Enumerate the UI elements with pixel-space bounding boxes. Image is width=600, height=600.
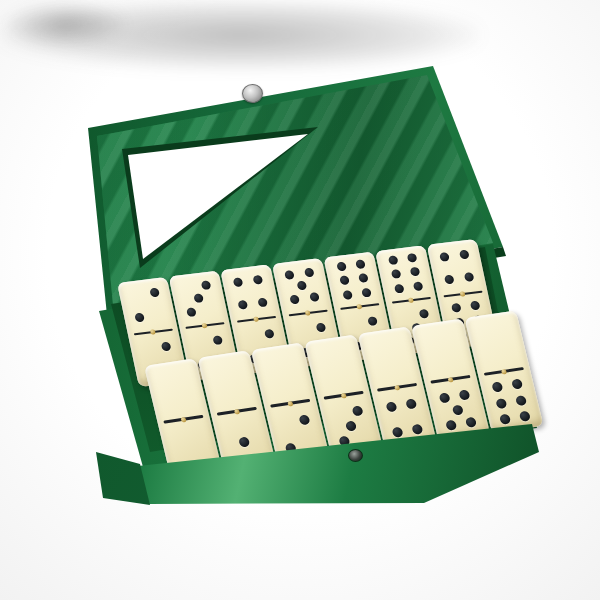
pip bbox=[459, 249, 470, 259]
pip bbox=[385, 401, 397, 412]
domino-half-top-0 bbox=[465, 312, 529, 373]
domino-spinner bbox=[501, 369, 507, 375]
pip bbox=[391, 426, 403, 437]
domino-spinner bbox=[447, 377, 453, 383]
domino-spinner bbox=[180, 417, 186, 423]
domino-half-top-6 bbox=[375, 246, 435, 300]
pip bbox=[336, 261, 347, 271]
pip bbox=[201, 280, 212, 290]
pip bbox=[284, 270, 295, 280]
pip bbox=[452, 404, 464, 415]
pip bbox=[450, 303, 461, 313]
pip bbox=[459, 389, 471, 400]
domino-half-top-0 bbox=[198, 351, 262, 412]
pip bbox=[438, 392, 450, 403]
pip bbox=[491, 382, 503, 393]
pip bbox=[339, 276, 350, 286]
pip bbox=[519, 411, 531, 422]
domino-half-top-0 bbox=[251, 343, 315, 404]
pip bbox=[193, 294, 204, 304]
pip bbox=[257, 298, 268, 308]
domino-spinner bbox=[234, 409, 240, 415]
pip bbox=[134, 313, 145, 323]
domino-half-top-2 bbox=[117, 278, 177, 332]
pip bbox=[299, 414, 311, 425]
pip bbox=[358, 273, 369, 283]
pip bbox=[161, 341, 172, 351]
pip bbox=[212, 335, 223, 345]
domino-spinner bbox=[460, 291, 466, 297]
pip bbox=[355, 259, 366, 269]
domino-half-top-5 bbox=[272, 259, 332, 313]
pip bbox=[309, 292, 320, 302]
domino-half-top-6 bbox=[324, 253, 384, 307]
pip bbox=[464, 272, 475, 282]
domino-half-top-0 bbox=[358, 328, 422, 389]
domino-spinner bbox=[287, 401, 293, 407]
pip bbox=[233, 277, 244, 287]
pip bbox=[252, 275, 263, 285]
domino-spinner bbox=[150, 329, 156, 335]
lid-snap-button bbox=[242, 84, 263, 103]
domino-half-top-0 bbox=[411, 320, 475, 381]
pip bbox=[149, 287, 160, 297]
domino-half-top-4 bbox=[220, 265, 280, 319]
pip bbox=[316, 322, 327, 332]
pip bbox=[445, 419, 457, 430]
pip bbox=[409, 267, 420, 277]
pip bbox=[511, 379, 523, 390]
pip bbox=[495, 398, 507, 409]
pip bbox=[264, 329, 275, 339]
domino-spinner bbox=[408, 297, 414, 303]
pip bbox=[469, 301, 480, 311]
pip bbox=[515, 395, 527, 406]
domino-half-bottom-6 bbox=[479, 371, 543, 432]
pip bbox=[419, 309, 430, 319]
pip bbox=[352, 405, 364, 416]
domino-spinner bbox=[253, 316, 259, 322]
domino-spinner bbox=[394, 385, 400, 391]
pip bbox=[412, 423, 424, 434]
pip bbox=[304, 267, 315, 277]
pip bbox=[367, 316, 378, 326]
pip bbox=[237, 300, 248, 310]
pip bbox=[186, 307, 197, 317]
pip bbox=[499, 414, 511, 425]
domino-half-top-0 bbox=[304, 336, 368, 397]
domino-half-top-4 bbox=[427, 240, 487, 294]
pip bbox=[405, 398, 417, 409]
pip bbox=[289, 295, 300, 305]
domino-spinner bbox=[341, 393, 347, 399]
pip bbox=[297, 281, 308, 291]
pip bbox=[412, 281, 423, 291]
flap-shadow bbox=[0, 0, 130, 48]
tray-snap-stud bbox=[348, 449, 363, 462]
domino-half-top-3 bbox=[169, 272, 229, 326]
pip bbox=[238, 436, 250, 447]
domino-spinner bbox=[201, 323, 207, 329]
pip bbox=[393, 284, 404, 294]
pip bbox=[465, 416, 477, 427]
pip bbox=[439, 252, 450, 262]
pip bbox=[361, 288, 372, 298]
domino-half-top-0 bbox=[144, 359, 208, 420]
domino-spinner bbox=[305, 310, 311, 316]
pip bbox=[345, 420, 357, 431]
pip bbox=[342, 290, 353, 300]
domino-spinner bbox=[356, 304, 362, 310]
pip bbox=[444, 275, 455, 285]
pip bbox=[387, 255, 398, 265]
pip bbox=[390, 269, 401, 279]
pip bbox=[406, 253, 417, 263]
